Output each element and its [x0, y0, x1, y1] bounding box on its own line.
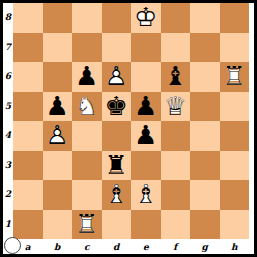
square-h4[interactable] — [220, 121, 250, 151]
square-h2[interactable] — [220, 180, 250, 210]
square-c7[interactable] — [72, 33, 102, 63]
square-b6[interactable] — [43, 62, 73, 92]
piece-outline: ♗ — [131, 180, 161, 210]
square-g6[interactable] — [190, 62, 220, 92]
piece-white-rook-h6[interactable]: ♜♖ — [220, 62, 250, 92]
square-d7[interactable] — [102, 33, 132, 63]
file-label-d: d — [102, 240, 132, 254]
square-g4[interactable] — [190, 121, 220, 151]
square-c5[interactable]: ♞♘ — [72, 92, 102, 122]
square-b1[interactable] — [43, 210, 73, 240]
file-label-h: h — [220, 240, 250, 254]
square-c1[interactable]: ♜♖ — [72, 210, 102, 240]
piece-outline: ♖ — [72, 210, 102, 240]
square-e2[interactable]: ♝♗ — [131, 180, 161, 210]
piece-white-bishop-d2[interactable]: ♝♗ — [102, 180, 132, 210]
square-d4[interactable] — [102, 121, 132, 151]
square-f7[interactable] — [161, 33, 191, 63]
square-d1[interactable] — [102, 210, 132, 240]
square-d6[interactable]: ♟♙ — [102, 62, 132, 92]
square-h7[interactable] — [220, 33, 250, 63]
square-d3[interactable]: ♜ — [102, 151, 132, 181]
file-label-c: c — [72, 240, 102, 254]
file-label-b: b — [43, 240, 73, 254]
square-a1[interactable] — [13, 210, 43, 240]
piece-white-rook-c1[interactable]: ♜♖ — [72, 210, 102, 240]
square-h3[interactable] — [220, 151, 250, 181]
square-f5[interactable]: ♛♕ — [161, 92, 191, 122]
square-d5[interactable]: ♚ — [102, 92, 132, 122]
rank-label-5: 5 — [3, 92, 13, 122]
square-c2[interactable] — [72, 180, 102, 210]
piece-outline: ♙ — [43, 121, 73, 151]
square-h1[interactable] — [220, 210, 250, 240]
rank-label-7: 7 — [3, 33, 13, 63]
rank-label-4: 4 — [3, 121, 13, 151]
square-c8[interactable] — [72, 3, 102, 33]
piece-black-rook-d3[interactable]: ♜ — [102, 151, 132, 181]
piece-white-bishop-e2[interactable]: ♝♗ — [131, 180, 161, 210]
square-e4[interactable]: ♟ — [131, 121, 161, 151]
piece-outline: ♖ — [220, 62, 250, 92]
square-g3[interactable] — [190, 151, 220, 181]
square-f1[interactable] — [161, 210, 191, 240]
piece-outline: ♘ — [72, 92, 102, 122]
square-e5[interactable]: ♟ — [131, 92, 161, 122]
square-f6[interactable]: ♝ — [161, 62, 191, 92]
square-e3[interactable] — [131, 151, 161, 181]
piece-black-pawn-c6[interactable]: ♟ — [72, 62, 102, 92]
piece-outline: ♔ — [131, 3, 161, 33]
chess-board: ♚♔♟♟♙♝♜♖♟♞♘♚♟♛♕♟♙♟♜♝♗♝♗♜♖ — [13, 3, 249, 239]
square-a6[interactable] — [13, 62, 43, 92]
square-d2[interactable]: ♝♗ — [102, 180, 132, 210]
square-d8[interactable] — [102, 3, 132, 33]
square-c4[interactable] — [72, 121, 102, 151]
piece-white-king-e8[interactable]: ♚♔ — [131, 3, 161, 33]
square-e1[interactable] — [131, 210, 161, 240]
piece-black-pawn-e5[interactable]: ♟ — [131, 92, 161, 122]
chess-diagram: ♚♔♟♟♙♝♜♖♟♞♘♚♟♛♕♟♙♟♜♝♗♝♗♜♖ 87654321 abcde… — [0, 0, 257, 257]
white-to-move-indicator — [4, 237, 21, 254]
square-b3[interactable] — [43, 151, 73, 181]
rank-label-6: 6 — [3, 62, 13, 92]
rank-label-3: 3 — [3, 151, 13, 181]
square-g7[interactable] — [190, 33, 220, 63]
square-a2[interactable] — [13, 180, 43, 210]
square-f4[interactable] — [161, 121, 191, 151]
square-g2[interactable] — [190, 180, 220, 210]
square-h8[interactable] — [220, 3, 250, 33]
piece-outline: ♕ — [161, 92, 191, 122]
square-f8[interactable] — [161, 3, 191, 33]
square-f2[interactable] — [161, 180, 191, 210]
file-label-g: g — [190, 240, 220, 254]
piece-black-pawn-e4[interactable]: ♟ — [131, 121, 161, 151]
square-a3[interactable] — [13, 151, 43, 181]
square-b7[interactable] — [43, 33, 73, 63]
square-g8[interactable] — [190, 3, 220, 33]
square-a4[interactable] — [13, 121, 43, 151]
square-c3[interactable] — [72, 151, 102, 181]
square-g5[interactable] — [190, 92, 220, 122]
square-c6[interactable]: ♟ — [72, 62, 102, 92]
square-f3[interactable] — [161, 151, 191, 181]
piece-white-pawn-d6[interactable]: ♟♙ — [102, 62, 132, 92]
piece-outline: ♙ — [102, 62, 132, 92]
piece-white-knight-c5[interactable]: ♞♘ — [72, 92, 102, 122]
rank-label-8: 8 — [3, 3, 13, 33]
square-h5[interactable] — [220, 92, 250, 122]
piece-black-bishop-f6[interactable]: ♝ — [161, 62, 191, 92]
square-b4[interactable]: ♟♙ — [43, 121, 73, 151]
square-b8[interactable] — [43, 3, 73, 33]
rank-label-1: 1 — [3, 210, 13, 240]
square-b5[interactable]: ♟ — [43, 92, 73, 122]
square-e8[interactable]: ♚♔ — [131, 3, 161, 33]
piece-outline: ♗ — [102, 180, 132, 210]
square-b2[interactable] — [43, 180, 73, 210]
piece-white-pawn-b4[interactable]: ♟♙ — [43, 121, 73, 151]
square-g1[interactable] — [190, 210, 220, 240]
file-label-f: f — [161, 240, 191, 254]
square-a8[interactable] — [13, 3, 43, 33]
square-a7[interactable] — [13, 33, 43, 63]
piece-black-pawn-b5[interactable]: ♟ — [43, 92, 73, 122]
square-e7[interactable] — [131, 33, 161, 63]
rank-label-2: 2 — [3, 180, 13, 210]
piece-black-king-d5[interactable]: ♚ — [102, 92, 132, 122]
square-e6[interactable] — [131, 62, 161, 92]
square-h6[interactable]: ♜♖ — [220, 62, 250, 92]
piece-white-queen-f5[interactable]: ♛♕ — [161, 92, 191, 122]
file-label-e: e — [131, 240, 161, 254]
square-a5[interactable] — [13, 92, 43, 122]
